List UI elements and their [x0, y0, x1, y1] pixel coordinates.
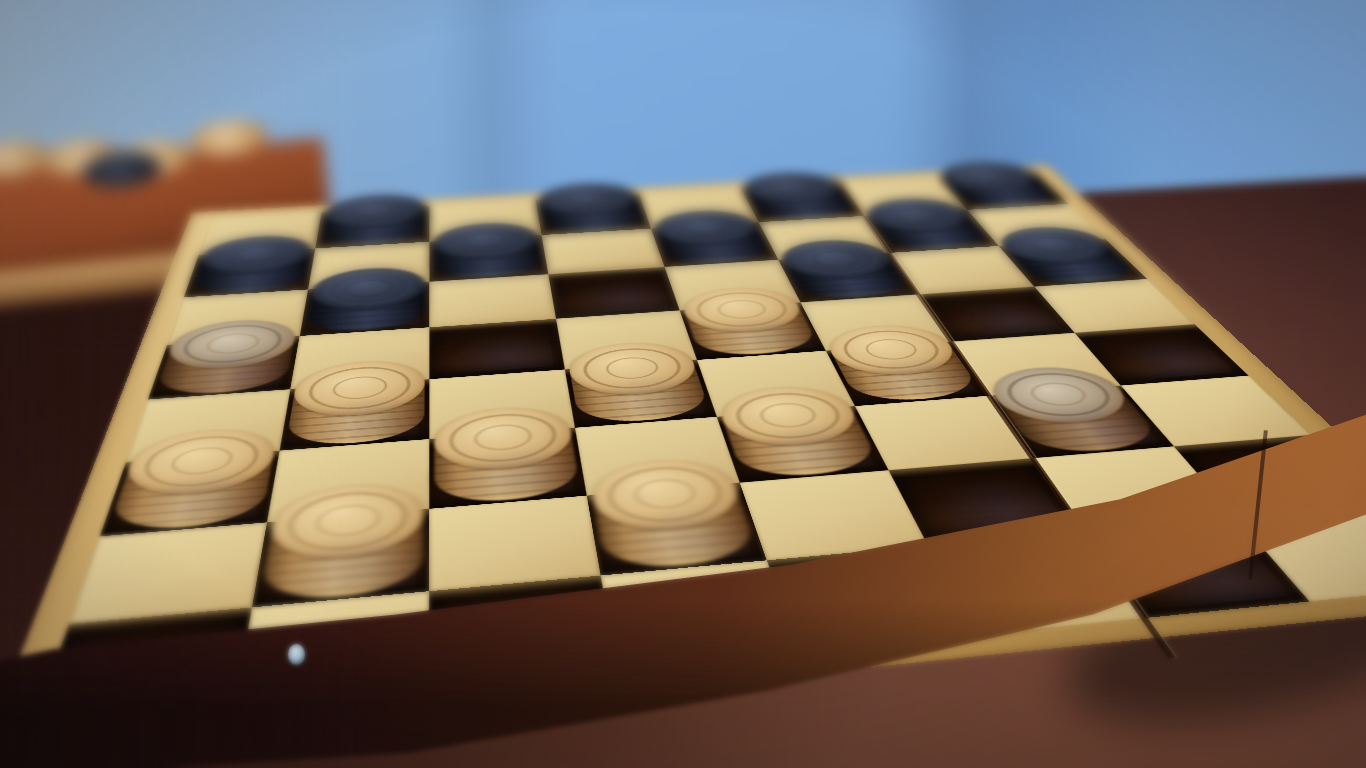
black-checker-side: [655, 225, 774, 266]
black-checker-side: [433, 237, 545, 280]
piece-white-d2: [587, 483, 767, 576]
black-checker-side: [188, 251, 311, 296]
square-d2: [587, 483, 767, 576]
photograph-scene: [0, 0, 1366, 768]
screw-icon: [288, 644, 305, 665]
white-checker-side: [153, 339, 295, 397]
white-checker-side: [569, 363, 712, 425]
black-checker-side: [304, 285, 426, 335]
black-checker-side: [539, 196, 648, 233]
white-checker-side: [106, 455, 275, 534]
white-checker-side: [722, 410, 883, 480]
white-checker-side: [284, 383, 425, 448]
black-checker-side: [319, 208, 426, 247]
black-checker-side: [943, 174, 1064, 209]
white-checker-side: [592, 487, 761, 572]
white-checker-side: [684, 305, 821, 358]
white-checker-side: [258, 514, 425, 604]
white-checker-side: [434, 432, 582, 506]
